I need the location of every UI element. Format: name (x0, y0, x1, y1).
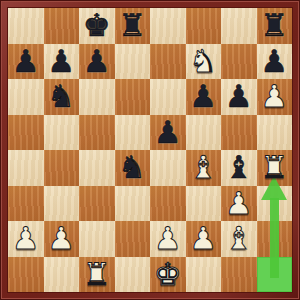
square-g1[interactable] (221, 257, 257, 293)
piece-white-pawn[interactable]: ♟ (225, 186, 253, 221)
square-d5[interactable] (115, 115, 151, 151)
square-d3[interactable] (115, 186, 151, 222)
square-b1[interactable] (44, 257, 80, 293)
square-g3[interactable]: ♟ (221, 186, 257, 222)
square-h8[interactable]: ♜ (257, 8, 293, 44)
piece-white-rook[interactable]: ♜ (260, 150, 288, 185)
square-e6[interactable] (150, 79, 186, 115)
square-a1[interactable] (8, 257, 44, 293)
piece-black-pawn[interactable]: ♟ (47, 44, 75, 79)
square-g6[interactable]: ♟ (221, 79, 257, 115)
piece-black-king[interactable]: ♚ (83, 8, 111, 43)
square-h1[interactable] (257, 257, 293, 293)
square-g4[interactable]: ♝ (221, 150, 257, 186)
chessboard: ♚♜♜♟♟♟♞♟♞♟♟♟♟♞♝♝♜♟♟♟♟♟♝♜♚ (8, 8, 292, 292)
square-g2[interactable]: ♝ (221, 221, 257, 257)
piece-black-pawn[interactable]: ♟ (260, 44, 288, 79)
square-a5[interactable] (8, 115, 44, 151)
square-b2[interactable]: ♟ (44, 221, 80, 257)
square-h2[interactable] (257, 221, 293, 257)
square-g7[interactable] (221, 44, 257, 80)
square-f1[interactable] (186, 257, 222, 293)
square-g8[interactable] (221, 8, 257, 44)
square-d7[interactable] (115, 44, 151, 80)
square-f4[interactable]: ♝ (186, 150, 222, 186)
square-b7[interactable]: ♟ (44, 44, 80, 80)
square-c1[interactable]: ♜ (79, 257, 115, 293)
piece-white-pawn[interactable]: ♟ (12, 221, 40, 256)
square-b6[interactable]: ♞ (44, 79, 80, 115)
square-h4[interactable]: ♜ (257, 150, 293, 186)
square-a4[interactable] (8, 150, 44, 186)
square-f5[interactable] (186, 115, 222, 151)
square-a3[interactable] (8, 186, 44, 222)
square-b5[interactable] (44, 115, 80, 151)
piece-black-knight[interactable]: ♞ (118, 150, 146, 185)
square-h3[interactable] (257, 186, 293, 222)
square-a7[interactable]: ♟ (8, 44, 44, 80)
square-e3[interactable] (150, 186, 186, 222)
piece-white-pawn[interactable]: ♟ (189, 221, 217, 256)
square-h5[interactable] (257, 115, 293, 151)
piece-black-pawn[interactable]: ♟ (12, 44, 40, 79)
piece-white-pawn[interactable]: ♟ (47, 221, 75, 256)
piece-white-bishop[interactable]: ♝ (225, 221, 253, 256)
chess-app: ♚♜♜♟♟♟♞♟♞♟♟♟♟♞♝♝♜♟♟♟♟♟♝♜♚ (0, 0, 300, 300)
square-e7[interactable] (150, 44, 186, 80)
piece-white-king[interactable]: ♚ (154, 257, 182, 292)
square-f2[interactable]: ♟ (186, 221, 222, 257)
square-c6[interactable] (79, 79, 115, 115)
piece-black-knight[interactable]: ♞ (47, 79, 75, 114)
square-e4[interactable] (150, 150, 186, 186)
piece-white-bishop[interactable]: ♝ (189, 150, 217, 185)
square-c5[interactable] (79, 115, 115, 151)
piece-black-pawn[interactable]: ♟ (154, 115, 182, 150)
square-h6[interactable]: ♟ (257, 79, 293, 115)
square-c7[interactable]: ♟ (79, 44, 115, 80)
square-c8[interactable]: ♚ (79, 8, 115, 44)
square-f8[interactable] (186, 8, 222, 44)
square-d1[interactable] (115, 257, 151, 293)
piece-black-rook[interactable]: ♜ (260, 8, 288, 43)
square-f6[interactable]: ♟ (186, 79, 222, 115)
square-e2[interactable]: ♟ (150, 221, 186, 257)
piece-black-pawn[interactable]: ♟ (83, 44, 111, 79)
square-h7[interactable]: ♟ (257, 44, 293, 80)
square-e8[interactable] (150, 8, 186, 44)
piece-black-rook[interactable]: ♜ (118, 8, 146, 43)
square-a6[interactable] (8, 79, 44, 115)
square-f3[interactable] (186, 186, 222, 222)
piece-white-pawn[interactable]: ♟ (154, 221, 182, 256)
square-b4[interactable] (44, 150, 80, 186)
square-d4[interactable]: ♞ (115, 150, 151, 186)
piece-white-rook[interactable]: ♜ (83, 257, 111, 292)
piece-black-pawn[interactable]: ♟ (189, 79, 217, 114)
square-a2[interactable]: ♟ (8, 221, 44, 257)
square-a8[interactable] (8, 8, 44, 44)
square-c4[interactable] (79, 150, 115, 186)
square-e5[interactable]: ♟ (150, 115, 186, 151)
square-d8[interactable]: ♜ (115, 8, 151, 44)
piece-white-knight[interactable]: ♞ (189, 44, 217, 79)
square-d6[interactable] (115, 79, 151, 115)
square-d2[interactable] (115, 221, 151, 257)
square-c3[interactable] (79, 186, 115, 222)
piece-white-pawn[interactable]: ♟ (260, 79, 288, 114)
square-b8[interactable] (44, 8, 80, 44)
square-g5[interactable] (221, 115, 257, 151)
piece-black-pawn[interactable]: ♟ (225, 79, 253, 114)
square-b3[interactable] (44, 186, 80, 222)
square-e1[interactable]: ♚ (150, 257, 186, 293)
square-f7[interactable]: ♞ (186, 44, 222, 80)
square-c2[interactable] (79, 221, 115, 257)
piece-black-bishop[interactable]: ♝ (225, 150, 253, 185)
